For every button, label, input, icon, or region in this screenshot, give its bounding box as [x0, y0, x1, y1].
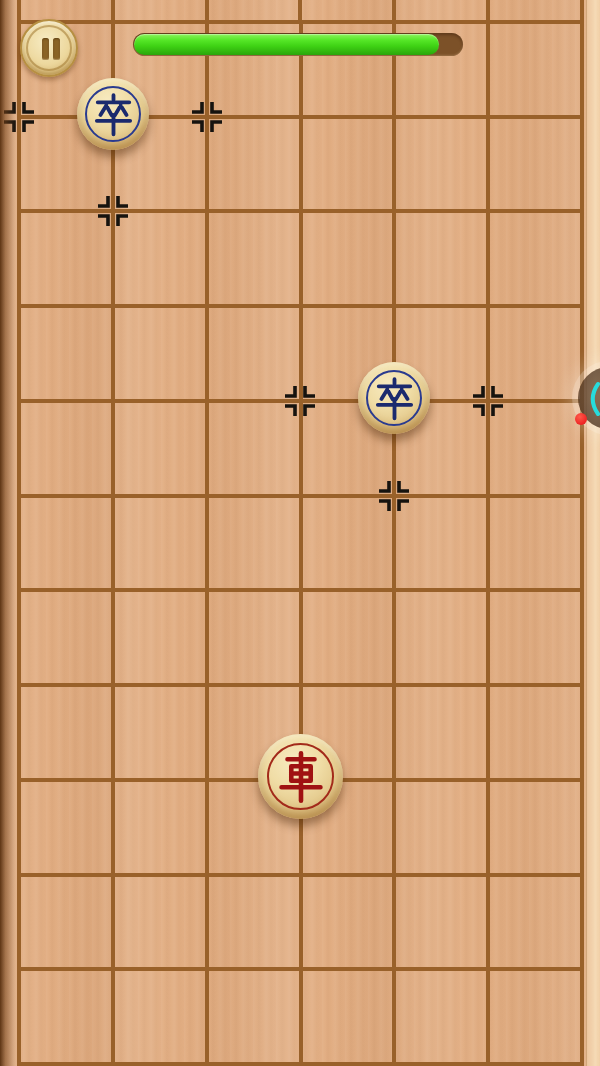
grid-cell	[490, 592, 584, 687]
grid-cell	[115, 877, 209, 972]
grid-cell	[490, 119, 584, 214]
grid-cell	[21, 308, 115, 403]
grid-cell	[396, 592, 490, 687]
vertical-line-extension	[580, 0, 584, 22]
grid-cell	[21, 498, 115, 593]
vertical-line-extension	[111, 0, 115, 22]
grid-cell	[303, 592, 397, 687]
grid-cell	[209, 877, 303, 972]
vertical-line-extension	[17, 0, 21, 22]
chariot-glyph-icon	[274, 750, 328, 804]
board-left-edge	[0, 0, 16, 1066]
piece-red-chariot[interactable]: 車	[258, 734, 343, 819]
grid-cell	[21, 877, 115, 972]
grid-cell	[209, 213, 303, 308]
grid-cell	[209, 592, 303, 687]
grid-cell	[209, 971, 303, 1066]
move-hint-marker[interactable]	[377, 479, 411, 513]
grid-cell	[303, 213, 397, 308]
grid-cell	[490, 24, 584, 119]
grid-cell	[115, 782, 209, 877]
pause-button[interactable]	[20, 19, 78, 77]
grid-cell	[209, 498, 303, 593]
board-right-edge	[586, 0, 600, 1066]
vertical-line-extension	[486, 0, 490, 22]
grid-cell	[115, 971, 209, 1066]
grid-cell	[490, 687, 584, 782]
grid-cell	[396, 213, 490, 308]
grid-cell	[490, 498, 584, 593]
grid-cell	[490, 877, 584, 972]
grid-cell	[21, 592, 115, 687]
grid-cell	[490, 971, 584, 1066]
notification-badge	[575, 413, 587, 425]
grid-cell	[490, 213, 584, 308]
soldier-glyph-icon	[372, 376, 417, 421]
move-hint-marker[interactable]	[283, 384, 317, 418]
vertical-line-extension	[298, 0, 302, 22]
progress-bar-fill	[134, 34, 439, 55]
grid-cell	[21, 971, 115, 1066]
grid-cell	[490, 782, 584, 877]
game-screen: 卒卒車	[0, 0, 600, 1066]
grid-cell	[396, 119, 490, 214]
grid-cell	[396, 877, 490, 972]
piece-black-soldier-1[interactable]: 卒	[77, 78, 149, 150]
grid-cell	[21, 782, 115, 877]
clock-arc-icon	[584, 381, 600, 417]
grid-cell	[21, 403, 115, 498]
grid-cell	[396, 971, 490, 1066]
pause-icon	[53, 38, 60, 60]
move-hint-marker[interactable]	[471, 384, 505, 418]
grid-cell	[303, 877, 397, 972]
vertical-line-extension	[392, 0, 396, 22]
progress-bar	[133, 33, 463, 56]
grid-cell	[115, 592, 209, 687]
grid-cell	[115, 498, 209, 593]
grid-cell	[115, 687, 209, 782]
vertical-line-extension	[205, 0, 209, 22]
soldier-glyph-icon	[91, 92, 136, 137]
grid-cell	[115, 403, 209, 498]
piece-black-soldier-2[interactable]: 卒	[358, 362, 430, 434]
grid-cell	[303, 971, 397, 1066]
grid-cell	[396, 687, 490, 782]
pause-button-ring	[26, 25, 72, 71]
move-hint-marker[interactable]	[2, 100, 36, 134]
grid-cell	[115, 308, 209, 403]
move-hint-marker[interactable]	[96, 194, 130, 228]
grid-cell	[396, 782, 490, 877]
grid-cell	[21, 687, 115, 782]
grid-cell	[303, 119, 397, 214]
move-hint-marker[interactable]	[190, 100, 224, 134]
board	[17, 20, 584, 1066]
pause-icon	[42, 38, 49, 60]
